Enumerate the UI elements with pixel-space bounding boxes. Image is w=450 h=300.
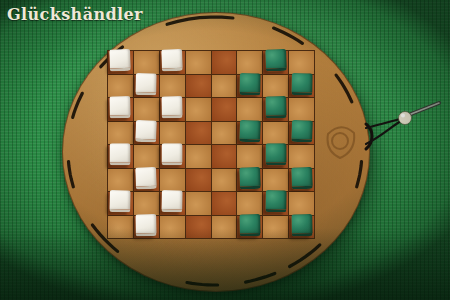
square-a1[interactable] — [108, 51, 133, 74]
square-f7[interactable] — [237, 192, 262, 215]
square-c6[interactable] — [160, 169, 185, 192]
square-a3[interactable] — [108, 98, 133, 121]
square-a4[interactable] — [108, 122, 133, 145]
square-e4[interactable] — [212, 122, 237, 145]
white-cube-a7[interactable] — [110, 190, 131, 212]
square-c2[interactable] — [160, 75, 185, 98]
square-g5[interactable] — [263, 145, 288, 168]
square-f5[interactable] — [237, 145, 262, 168]
square-e8[interactable] — [212, 216, 237, 239]
green-cube-g5[interactable] — [265, 143, 286, 165]
white-cube-b8[interactable] — [136, 214, 157, 236]
square-d8[interactable] — [186, 216, 211, 239]
square-g8[interactable] — [263, 216, 288, 239]
white-cube-a3[interactable] — [110, 96, 131, 118]
square-a5[interactable] — [108, 145, 133, 168]
square-f1[interactable] — [237, 51, 262, 74]
green-cube-g7[interactable] — [265, 190, 286, 212]
square-b7[interactable] — [134, 192, 159, 215]
white-cube-b2[interactable] — [136, 73, 157, 95]
square-b3[interactable] — [134, 98, 159, 121]
square-h3[interactable] — [289, 98, 314, 121]
green-cube-f2[interactable] — [239, 73, 260, 95]
square-f6[interactable] — [237, 169, 262, 192]
green-cube-h2[interactable] — [291, 73, 312, 95]
square-b1[interactable] — [134, 51, 159, 74]
square-e3[interactable] — [212, 98, 237, 121]
square-a6[interactable] — [108, 169, 133, 192]
square-f8[interactable] — [237, 216, 262, 239]
square-c1[interactable] — [160, 51, 185, 74]
square-h5[interactable] — [289, 145, 314, 168]
square-f4[interactable] — [237, 122, 262, 145]
white-cube-c1[interactable] — [161, 49, 183, 72]
square-c5[interactable] — [160, 145, 185, 168]
green-cube-h8[interactable] — [291, 214, 312, 236]
square-c3[interactable] — [160, 98, 185, 121]
white-cube-a5[interactable] — [110, 143, 131, 165]
square-b8[interactable] — [134, 216, 159, 239]
white-cube-b6[interactable] — [135, 167, 157, 190]
square-c7[interactable] — [160, 192, 185, 215]
photo-stage: Glückshändler — [0, 0, 450, 300]
green-cube-f6[interactable] — [239, 167, 261, 190]
square-a8[interactable] — [108, 216, 133, 239]
square-d6[interactable] — [186, 169, 211, 192]
square-d5[interactable] — [186, 145, 211, 168]
square-e5[interactable] — [212, 145, 237, 168]
square-b4[interactable] — [134, 122, 159, 145]
square-g1[interactable] — [263, 51, 288, 74]
square-a2[interactable] — [108, 75, 133, 98]
green-cube-h4[interactable] — [291, 120, 313, 143]
square-g7[interactable] — [263, 192, 288, 215]
square-d4[interactable] — [186, 122, 211, 145]
white-cube-c7[interactable] — [161, 190, 182, 212]
square-a7[interactable] — [108, 192, 133, 215]
square-d7[interactable] — [186, 192, 211, 215]
square-g2[interactable] — [263, 75, 288, 98]
square-d3[interactable] — [186, 98, 211, 121]
square-c8[interactable] — [160, 216, 185, 239]
square-b2[interactable] — [134, 75, 159, 98]
square-b5[interactable] — [134, 145, 159, 168]
square-f2[interactable] — [237, 75, 262, 98]
board-grid — [107, 50, 315, 239]
square-h2[interactable] — [289, 75, 314, 98]
square-d1[interactable] — [186, 51, 211, 74]
square-h7[interactable] — [289, 192, 314, 215]
white-cube-c3[interactable] — [161, 96, 182, 118]
green-cube-g3[interactable] — [265, 96, 286, 118]
brand-logo: Glückshändler — [7, 5, 143, 24]
square-g4[interactable] — [263, 122, 288, 145]
white-cube-c5[interactable] — [162, 143, 183, 165]
square-d2[interactable] — [186, 75, 211, 98]
white-cube-a1[interactable] — [110, 49, 132, 72]
green-cube-f4[interactable] — [239, 120, 261, 143]
square-b6[interactable] — [134, 169, 159, 192]
white-cube-b4[interactable] — [135, 120, 157, 143]
square-g6[interactable] — [263, 169, 288, 192]
square-h8[interactable] — [289, 216, 314, 239]
square-g3[interactable] — [263, 98, 288, 121]
green-cube-f8[interactable] — [239, 214, 260, 236]
green-cube-h6[interactable] — [291, 167, 313, 190]
square-h6[interactable] — [289, 169, 314, 192]
square-c4[interactable] — [160, 122, 185, 145]
green-cube-g1[interactable] — [265, 49, 287, 72]
square-e1[interactable] — [212, 51, 237, 74]
square-h4[interactable] — [289, 122, 314, 145]
square-f3[interactable] — [237, 98, 262, 121]
square-h1[interactable] — [289, 51, 314, 74]
square-e2[interactable] — [212, 75, 237, 98]
square-e7[interactable] — [212, 192, 237, 215]
square-e6[interactable] — [212, 169, 237, 192]
